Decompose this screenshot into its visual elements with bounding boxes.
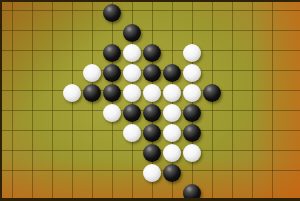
- white-stone: [183, 84, 201, 102]
- black-stone: [163, 64, 181, 82]
- white-stone: [143, 84, 161, 102]
- black-stone: [163, 164, 181, 182]
- black-stone: [183, 104, 201, 122]
- white-stone: [83, 64, 101, 82]
- white-stone: [143, 164, 161, 182]
- black-stone: [123, 24, 141, 42]
- white-stone: [183, 144, 201, 162]
- white-stone: [183, 44, 201, 62]
- black-stone: [103, 44, 121, 62]
- black-stone: [143, 144, 161, 162]
- white-stone: [63, 84, 81, 102]
- black-stone: [143, 104, 161, 122]
- white-stone: [103, 104, 121, 122]
- black-stone: [143, 124, 161, 142]
- black-stone: [103, 84, 121, 102]
- white-stone: [123, 44, 141, 62]
- gomoku-board[interactable]: [0, 0, 300, 201]
- black-stone: [143, 64, 161, 82]
- black-stone: [143, 44, 161, 62]
- black-stone: [203, 84, 221, 102]
- white-stone: [163, 84, 181, 102]
- black-stone: [83, 84, 101, 102]
- white-stone: [123, 84, 141, 102]
- black-stone: [123, 104, 141, 122]
- black-stone: [183, 124, 201, 142]
- white-stone: [123, 124, 141, 142]
- white-stone: [163, 104, 181, 122]
- black-stone: [103, 4, 121, 22]
- black-stone: [103, 64, 121, 82]
- stones-layer: [2, 2, 300, 198]
- black-stone: [183, 184, 201, 201]
- white-stone: [123, 64, 141, 82]
- white-stone: [163, 144, 181, 162]
- white-stone: [163, 124, 181, 142]
- white-stone: [183, 64, 201, 82]
